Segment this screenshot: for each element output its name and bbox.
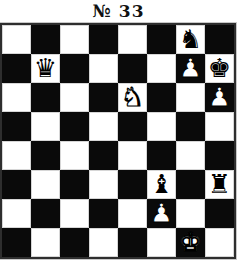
square-g5 — [176, 112, 205, 141]
square-h5 — [205, 112, 234, 141]
square-f6 — [147, 83, 176, 112]
square-d4 — [89, 141, 118, 170]
square-d3 — [89, 170, 118, 199]
square-h1 — [205, 228, 234, 257]
square-a1 — [2, 228, 31, 257]
square-a4 — [2, 141, 31, 170]
square-d2 — [89, 199, 118, 228]
chess-diagram-page: № 33 ♞♛♟♚♞♟♝♜♟♚ — [0, 0, 237, 261]
square-e7 — [118, 54, 147, 83]
square-e3 — [118, 170, 147, 199]
square-c4 — [60, 141, 89, 170]
square-c5 — [60, 112, 89, 141]
square-f1 — [147, 228, 176, 257]
square-h8 — [205, 25, 234, 54]
square-h6: ♟ — [205, 83, 234, 112]
square-h3: ♜ — [205, 170, 234, 199]
square-e2 — [118, 199, 147, 228]
square-b4 — [31, 141, 60, 170]
square-b2 — [31, 199, 60, 228]
square-d1 — [89, 228, 118, 257]
black-knight-g8: ♞ — [179, 25, 202, 54]
square-b7: ♛ — [31, 54, 60, 83]
square-e1 — [118, 228, 147, 257]
square-b5 — [31, 112, 60, 141]
square-a2 — [2, 199, 31, 228]
square-f7 — [147, 54, 176, 83]
square-g6 — [176, 83, 205, 112]
square-g8: ♞ — [176, 25, 205, 54]
square-d5 — [89, 112, 118, 141]
square-f3: ♝ — [147, 170, 176, 199]
square-e4 — [118, 141, 147, 170]
square-a6 — [2, 83, 31, 112]
square-d6 — [89, 83, 118, 112]
black-rook-h3: ♜ — [208, 170, 231, 199]
diagram-number: № 33 — [0, 0, 237, 22]
black-queen-b7: ♛ — [34, 54, 57, 83]
square-f4 — [147, 141, 176, 170]
square-a3 — [2, 170, 31, 199]
chess-board: ♞♛♟♚♞♟♝♜♟♚ — [0, 23, 236, 259]
square-a5 — [2, 112, 31, 141]
square-b1 — [31, 228, 60, 257]
square-g7: ♟ — [176, 54, 205, 83]
square-h7: ♚ — [205, 54, 234, 83]
square-c7 — [60, 54, 89, 83]
square-h4 — [205, 141, 234, 170]
square-g1: ♚ — [176, 228, 205, 257]
square-c2 — [60, 199, 89, 228]
black-bishop-f3: ♝ — [150, 170, 173, 199]
square-h2 — [205, 199, 234, 228]
square-a7 — [2, 54, 31, 83]
square-e5 — [118, 112, 147, 141]
white-knight-e6: ♞ — [121, 83, 144, 112]
square-c6 — [60, 83, 89, 112]
square-g2 — [176, 199, 205, 228]
square-a8 — [2, 25, 31, 54]
white-pawn-g7: ♟ — [179, 54, 202, 83]
square-c3 — [60, 170, 89, 199]
square-d7 — [89, 54, 118, 83]
square-e8 — [118, 25, 147, 54]
square-g3 — [176, 170, 205, 199]
square-f5 — [147, 112, 176, 141]
square-g4 — [176, 141, 205, 170]
white-king-g1: ♚ — [179, 228, 202, 257]
square-d8 — [89, 25, 118, 54]
white-pawn-h6: ♟ — [208, 83, 231, 112]
square-f2: ♟ — [147, 199, 176, 228]
square-b6 — [31, 83, 60, 112]
white-pawn-f2: ♟ — [150, 199, 173, 228]
square-b8 — [31, 25, 60, 54]
square-f8 — [147, 25, 176, 54]
square-e6: ♞ — [118, 83, 147, 112]
black-king-h7: ♚ — [208, 54, 231, 83]
square-c8 — [60, 25, 89, 54]
square-b3 — [31, 170, 60, 199]
square-c1 — [60, 228, 89, 257]
